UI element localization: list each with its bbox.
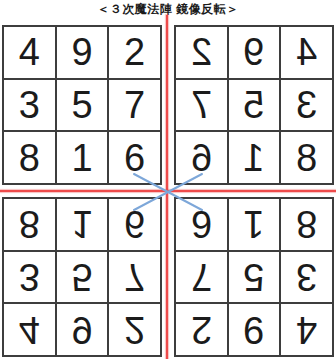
cell-original-r1c3: 2 bbox=[109, 27, 160, 78]
digit: 1 bbox=[71, 205, 92, 243]
digit: 9 bbox=[71, 311, 92, 349]
digit: 6 bbox=[124, 205, 145, 243]
digit: 9 bbox=[71, 33, 92, 71]
cell-original-r2c1: 3 bbox=[4, 80, 55, 131]
grid-mirror-both: 618753294 bbox=[174, 197, 334, 357]
cell-mirror-horizontal-r2c1: 7 bbox=[176, 80, 227, 131]
cell-mirror-horizontal-r2c2: 5 bbox=[229, 80, 280, 131]
digit: 9 bbox=[243, 33, 264, 71]
cell-mirror-both-r1c1: 6 bbox=[176, 199, 227, 250]
cell-mirror-vertical-r1c2: 1 bbox=[57, 199, 108, 250]
cell-mirror-vertical-r1c3: 6 bbox=[109, 199, 160, 250]
digit: 2 bbox=[191, 311, 212, 349]
cell-mirror-horizontal-r3c2: 1 bbox=[229, 132, 280, 183]
digit: 5 bbox=[243, 86, 264, 124]
cell-mirror-vertical-r1c1: 8 bbox=[4, 199, 55, 250]
digit: 1 bbox=[71, 139, 92, 177]
cell-mirror-both-r3c1: 2 bbox=[176, 304, 227, 355]
digit: 3 bbox=[19, 86, 40, 124]
digit: 8 bbox=[19, 139, 40, 177]
cell-mirror-horizontal-r3c1: 6 bbox=[176, 132, 227, 183]
digit: 4 bbox=[19, 33, 40, 71]
digit: 3 bbox=[296, 258, 317, 296]
digit: 2 bbox=[124, 33, 145, 71]
cell-mirror-both-r2c1: 7 bbox=[176, 252, 227, 303]
cell-mirror-both-r2c3: 3 bbox=[281, 252, 332, 303]
diagram-title: ＜３次魔法陣 鏡像反転＞ bbox=[0, 1, 336, 18]
cell-mirror-vertical-r2c2: 5 bbox=[57, 252, 108, 303]
cell-mirror-both-r1c2: 1 bbox=[229, 199, 280, 250]
cell-original-r3c2: 1 bbox=[57, 132, 108, 183]
cell-mirror-vertical-r3c1: 4 bbox=[4, 304, 55, 355]
cell-original-r1c1: 4 bbox=[4, 27, 55, 78]
grid-mirror-horizontal: 294753618 bbox=[174, 25, 334, 185]
cell-original-r3c3: 6 bbox=[109, 132, 160, 183]
cell-original-r2c2: 5 bbox=[57, 80, 108, 131]
digit: 1 bbox=[243, 139, 264, 177]
cell-original-r3c1: 8 bbox=[4, 132, 55, 183]
mirror-axis-vertical bbox=[166, 15, 168, 359]
digit: 2 bbox=[191, 33, 212, 71]
page: { "game": "magic-square-mirror-reflectio… bbox=[0, 0, 336, 359]
cell-mirror-horizontal-r1c3: 4 bbox=[281, 27, 332, 78]
cell-original-r1c2: 9 bbox=[57, 27, 108, 78]
cell-mirror-horizontal-r3c3: 8 bbox=[281, 132, 332, 183]
digit: 4 bbox=[19, 311, 40, 349]
digit: 3 bbox=[296, 86, 317, 124]
mirror-axis-horizontal bbox=[0, 190, 336, 192]
digit: 4 bbox=[296, 311, 317, 349]
cell-mirror-horizontal-r2c3: 3 bbox=[281, 80, 332, 131]
digit: 7 bbox=[191, 86, 212, 124]
digit: 9 bbox=[243, 311, 264, 349]
grid-original: 492357816 bbox=[2, 25, 162, 185]
digit: 8 bbox=[296, 139, 317, 177]
digit: 6 bbox=[191, 205, 212, 243]
cell-mirror-horizontal-r1c2: 9 bbox=[229, 27, 280, 78]
cell-mirror-both-r2c2: 5 bbox=[229, 252, 280, 303]
digit: 8 bbox=[296, 205, 317, 243]
cell-mirror-both-r1c3: 8 bbox=[281, 199, 332, 250]
digit: 4 bbox=[296, 33, 317, 71]
digit: 1 bbox=[243, 205, 264, 243]
cell-mirror-vertical-r2c1: 3 bbox=[4, 252, 55, 303]
digit: 5 bbox=[243, 258, 264, 296]
digit: 6 bbox=[191, 139, 212, 177]
digit: 8 bbox=[19, 205, 40, 243]
cell-original-r2c3: 7 bbox=[109, 80, 160, 131]
grid-mirror-vertical: 816357492 bbox=[2, 197, 162, 357]
cell-mirror-vertical-r2c3: 7 bbox=[109, 252, 160, 303]
cell-mirror-both-r3c2: 9 bbox=[229, 304, 280, 355]
digit: 5 bbox=[71, 86, 92, 124]
digit: 5 bbox=[71, 258, 92, 296]
digit: 7 bbox=[124, 258, 145, 296]
cell-mirror-vertical-r3c3: 2 bbox=[109, 304, 160, 355]
digit: 3 bbox=[19, 258, 40, 296]
digit: 7 bbox=[191, 258, 212, 296]
cell-mirror-vertical-r3c2: 9 bbox=[57, 304, 108, 355]
cell-mirror-both-r3c3: 4 bbox=[281, 304, 332, 355]
digit: 6 bbox=[124, 139, 145, 177]
digit: 2 bbox=[124, 311, 145, 349]
cell-mirror-horizontal-r1c1: 2 bbox=[176, 27, 227, 78]
digit: 7 bbox=[124, 86, 145, 124]
